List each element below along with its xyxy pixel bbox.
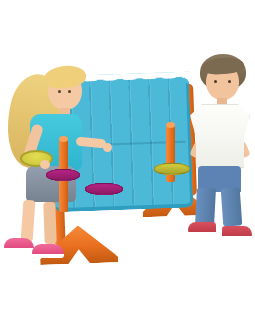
boy-leg [221,187,243,226]
boy-shirt [190,104,250,168]
girl-leg [43,202,56,244]
boy-red-sneaker [188,222,216,237]
girl-player [0,66,115,266]
product-photo-scene [0,0,255,320]
boy-eye [214,80,217,83]
girl-pink-sneaker [4,238,34,252]
girl-eye [68,90,71,93]
right-stand-post-cap [166,122,175,128]
boy-player [188,54,255,254]
magenta-ring [85,183,123,195]
boy-leg [195,188,216,227]
girl-left-hand [40,160,50,169]
girl-eye [58,90,61,93]
left-stand-post-cap [59,136,68,142]
yellow-ring [154,163,190,175]
girl-leg [21,200,36,243]
boy-red-sneaker [222,226,252,241]
magenta-ring [46,169,80,181]
boy-eye [228,80,231,83]
girl-pink-sneaker [32,244,64,258]
girl-right-hand [103,143,112,152]
